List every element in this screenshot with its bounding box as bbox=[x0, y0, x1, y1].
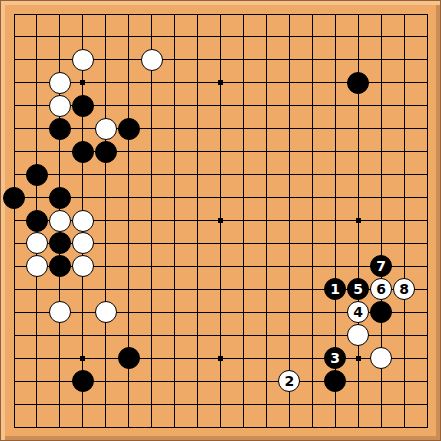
star-point bbox=[356, 356, 361, 361]
white-stone bbox=[26, 255, 48, 277]
white-stone bbox=[49, 301, 71, 323]
move-number-label: 2 bbox=[284, 374, 294, 388]
star-point bbox=[218, 80, 223, 85]
move-number-label: 4 bbox=[353, 305, 363, 319]
white-stone bbox=[26, 232, 48, 254]
black-stone bbox=[49, 187, 71, 209]
move-number-label: 1 bbox=[330, 282, 340, 296]
move-8-stone: 8 bbox=[393, 278, 415, 300]
white-stone bbox=[141, 49, 163, 71]
black-stone bbox=[26, 164, 48, 186]
black-stone bbox=[49, 232, 71, 254]
move-number-label: 5 bbox=[353, 282, 363, 296]
move-5-stone: 5 bbox=[347, 278, 369, 300]
grid-line-vertical bbox=[289, 14, 290, 428]
move-number-label: 6 bbox=[376, 282, 386, 296]
white-stone bbox=[95, 301, 117, 323]
white-stone bbox=[72, 255, 94, 277]
move-2-stone: 2 bbox=[278, 370, 300, 392]
white-stone bbox=[49, 210, 71, 232]
white-stone bbox=[72, 49, 94, 71]
move-number-label: 3 bbox=[330, 351, 340, 365]
grid-line-vertical bbox=[243, 14, 244, 428]
star-point bbox=[218, 356, 223, 361]
black-stone bbox=[118, 118, 140, 140]
black-stone bbox=[324, 370, 346, 392]
move-6-stone: 6 bbox=[370, 278, 392, 300]
black-stone bbox=[49, 118, 71, 140]
black-stone bbox=[118, 347, 140, 369]
black-stone bbox=[72, 141, 94, 163]
black-stone bbox=[370, 301, 392, 323]
white-stone bbox=[95, 118, 117, 140]
white-stone bbox=[72, 210, 94, 232]
black-stone bbox=[26, 210, 48, 232]
grid-line-vertical bbox=[427, 14, 428, 428]
grid-line-horizontal bbox=[14, 404, 428, 405]
black-stone bbox=[3, 187, 25, 209]
go-board: 12345678 bbox=[0, 0, 441, 441]
black-stone bbox=[72, 95, 94, 117]
black-stone bbox=[72, 370, 94, 392]
move-number-label: 7 bbox=[376, 259, 386, 273]
star-point bbox=[356, 218, 361, 223]
move-number-label: 8 bbox=[399, 282, 409, 296]
white-stone bbox=[49, 95, 71, 117]
black-stone bbox=[347, 72, 369, 94]
grid-line-horizontal bbox=[14, 427, 428, 428]
move-1-stone: 1 bbox=[324, 278, 346, 300]
white-stone bbox=[72, 232, 94, 254]
grid-line-vertical bbox=[266, 14, 267, 428]
grid-line-vertical bbox=[312, 14, 313, 428]
move-3-stone: 3 bbox=[324, 347, 346, 369]
white-stone bbox=[347, 324, 369, 346]
black-stone bbox=[49, 255, 71, 277]
star-point bbox=[80, 356, 85, 361]
black-stone bbox=[95, 141, 117, 163]
move-7-stone: 7 bbox=[370, 255, 392, 277]
star-point bbox=[80, 80, 85, 85]
move-4-stone: 4 bbox=[347, 301, 369, 323]
grid-line-vertical bbox=[404, 14, 405, 428]
white-stone bbox=[370, 347, 392, 369]
white-stone bbox=[49, 72, 71, 94]
star-point bbox=[218, 218, 223, 223]
